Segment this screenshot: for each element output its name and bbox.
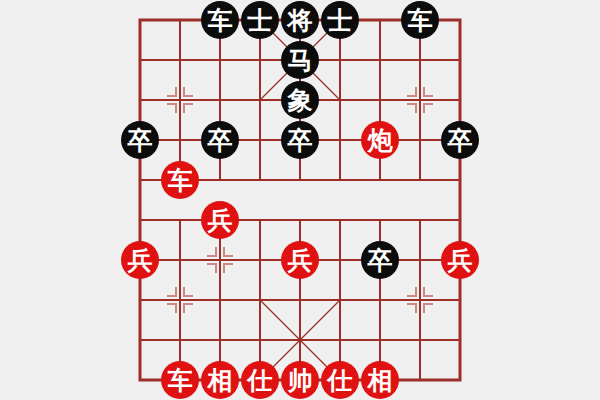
piece-black-soldier[interactable]: 卒 (441, 121, 479, 159)
piece-red-chariot[interactable]: 车 (161, 361, 199, 399)
piece-black-soldier[interactable]: 卒 (201, 121, 239, 159)
piece-black-advisor[interactable]: 士 (241, 1, 279, 39)
piece-black-chariot[interactable]: 车 (201, 1, 239, 39)
piece-black-soldier[interactable]: 卒 (361, 241, 399, 279)
xiangqi-board: 车士将士车马象卒卒卒卒卒炮车兵兵兵兵车相仕帅仕相 (0, 0, 600, 400)
piece-black-general[interactable]: 将 (281, 1, 319, 39)
piece-black-advisor[interactable]: 士 (321, 1, 359, 39)
piece-red-advisor[interactable]: 仕 (321, 361, 359, 399)
piece-red-soldier[interactable]: 兵 (281, 241, 319, 279)
piece-red-soldier[interactable]: 兵 (121, 241, 159, 279)
piece-black-horse[interactable]: 马 (281, 41, 319, 79)
piece-red-soldier[interactable]: 兵 (441, 241, 479, 279)
piece-red-chariot[interactable]: 车 (161, 161, 199, 199)
piece-black-soldier[interactable]: 卒 (121, 121, 159, 159)
piece-red-advisor[interactable]: 仕 (241, 361, 279, 399)
piece-black-chariot[interactable]: 车 (401, 1, 439, 39)
piece-red-cannon[interactable]: 炮 (361, 121, 399, 159)
piece-red-soldier[interactable]: 兵 (201, 201, 239, 239)
piece-layer: 车士将士车马象卒卒卒卒卒炮车兵兵兵兵车相仕帅仕相 (120, 0, 480, 400)
piece-black-elephant[interactable]: 象 (281, 81, 319, 119)
piece-red-general[interactable]: 帅 (281, 361, 319, 399)
piece-black-soldier[interactable]: 卒 (281, 121, 319, 159)
piece-red-elephant[interactable]: 相 (201, 361, 239, 399)
piece-red-elephant[interactable]: 相 (361, 361, 399, 399)
